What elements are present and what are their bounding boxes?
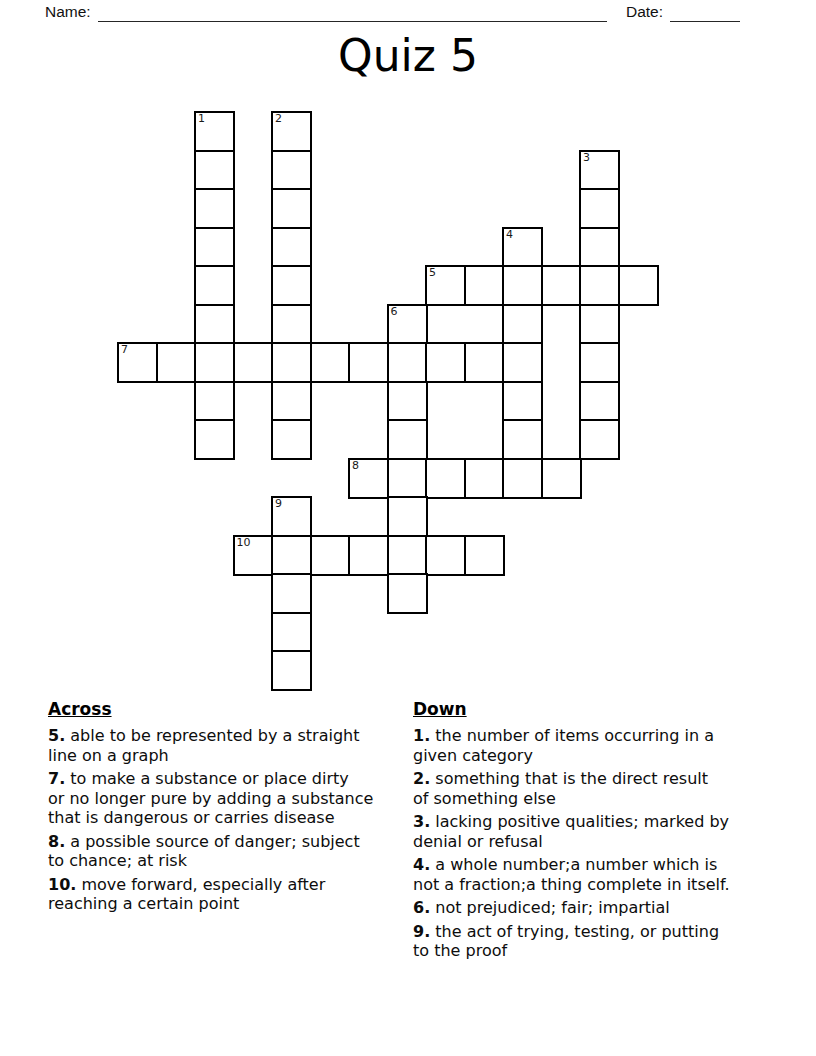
down-clue: 3. lacking positive qualities; marked by… <box>413 812 788 851</box>
crossword-cell[interactable] <box>194 342 235 383</box>
crossword-cell[interactable] <box>387 381 428 422</box>
crossword-cell[interactable] <box>271 419 312 460</box>
crossword-cell[interactable] <box>387 458 428 499</box>
crossword-cell[interactable] <box>310 342 351 383</box>
crossword-cell[interactable] <box>618 265 659 306</box>
clue-number: 7 <box>121 343 128 356</box>
clue-number: 9 <box>275 497 282 510</box>
clue-number: 5 <box>429 266 436 279</box>
down-clues-section: Down 1. the number of items occurring in… <box>413 699 788 965</box>
crossword-cell[interactable] <box>502 419 543 460</box>
crossword-cell[interactable]: 10 <box>233 535 274 576</box>
worksheet-page: Name: Date: Quiz 5 12345678910 Across 5.… <box>0 0 816 1056</box>
crossword-cell[interactable] <box>579 227 620 268</box>
across-clue: 7. to make a substance or place dirty or… <box>48 769 413 828</box>
crossword-cell[interactable] <box>348 535 389 576</box>
across-clue: 8. a possible source of danger; subject … <box>48 832 413 871</box>
page-title: Quiz 5 <box>0 30 816 81</box>
crossword-cell[interactable] <box>464 458 505 499</box>
crossword-cell[interactable] <box>464 535 505 576</box>
crossword-cell[interactable] <box>387 419 428 460</box>
crossword-cell[interactable] <box>271 535 312 576</box>
down-clue: 2. something that is the direct result o… <box>413 769 788 808</box>
clue-number: 4 <box>506 228 513 241</box>
clue-number: 6 <box>391 305 398 318</box>
down-clue: 6. not prejudiced; fair; impartial <box>413 898 788 918</box>
crossword-cell[interactable]: 3 <box>579 150 620 191</box>
crossword-cell[interactable] <box>387 496 428 537</box>
crossword-cell[interactable] <box>579 265 620 306</box>
crossword-cell[interactable] <box>502 265 543 306</box>
crossword-cell[interactable] <box>271 342 312 383</box>
down-clue: 4. a whole number;a number which is not … <box>413 855 788 894</box>
crossword-cell[interactable]: 7 <box>117 342 158 383</box>
crossword-cell[interactable] <box>579 188 620 229</box>
crossword-cell[interactable] <box>271 573 312 614</box>
crossword-cell[interactable] <box>502 458 543 499</box>
crossword-cell[interactable] <box>194 150 235 191</box>
name-label: Name: <box>45 3 91 22</box>
clue-number: 3 <box>583 151 590 164</box>
crossword-cell[interactable] <box>194 188 235 229</box>
clue-number: 1 <box>198 112 205 125</box>
clue-number: 2 <box>275 112 282 125</box>
down-clue: 1. the number of items occurring in a gi… <box>413 726 788 765</box>
crossword-cell[interactable] <box>271 227 312 268</box>
crossword-cell[interactable] <box>579 342 620 383</box>
crossword-cell[interactable] <box>387 342 428 383</box>
crossword-cell[interactable] <box>541 265 582 306</box>
crossword-cell[interactable] <box>464 265 505 306</box>
crossword-cell[interactable]: 6 <box>387 304 428 345</box>
across-clue-list: 5. able to be represented by a straight … <box>48 726 413 914</box>
crossword-cell[interactable]: 1 <box>194 111 235 152</box>
crossword-cell[interactable] <box>156 342 197 383</box>
clue-number: 8 <box>352 459 359 472</box>
crossword-cell[interactable] <box>271 612 312 653</box>
crossword-cell[interactable] <box>271 304 312 345</box>
crossword-cell[interactable] <box>579 419 620 460</box>
crossword-cell[interactable] <box>387 573 428 614</box>
crossword-cell[interactable] <box>579 381 620 422</box>
down-header: Down <box>413 699 788 719</box>
crossword-cell[interactable] <box>194 304 235 345</box>
crossword-cell[interactable] <box>310 535 351 576</box>
crossword-cell[interactable] <box>271 381 312 422</box>
down-clue: 9. the act of trying, testing, or puttin… <box>413 922 788 961</box>
crossword-cell[interactable]: 9 <box>271 496 312 537</box>
name-blank-line[interactable] <box>98 4 607 22</box>
crossword-cell[interactable] <box>502 304 543 345</box>
across-clue: 10. move forward, especially after reach… <box>48 875 413 914</box>
crossword-cell[interactable] <box>271 150 312 191</box>
date-label: Date: <box>626 3 663 22</box>
crossword-cell[interactable]: 2 <box>271 111 312 152</box>
crossword-cell[interactable] <box>271 265 312 306</box>
crossword-cell[interactable] <box>194 265 235 306</box>
crossword-cell[interactable] <box>271 188 312 229</box>
crossword-cell[interactable]: 4 <box>502 227 543 268</box>
crossword-cell[interactable] <box>425 535 466 576</box>
across-clues-section: Across 5. able to be represented by a st… <box>48 699 413 918</box>
crossword-cell[interactable] <box>194 227 235 268</box>
down-clue-list: 1. the number of items occurring in a gi… <box>413 726 788 961</box>
crossword-cell[interactable] <box>425 342 466 383</box>
crossword-cell[interactable] <box>502 342 543 383</box>
crossword-cell[interactable] <box>425 458 466 499</box>
crossword-cell[interactable]: 5 <box>425 265 466 306</box>
crossword-cell[interactable] <box>348 342 389 383</box>
crossword-cell[interactable] <box>541 458 582 499</box>
crossword-cell[interactable] <box>194 419 235 460</box>
date-blank-line[interactable] <box>670 4 740 22</box>
crossword-cell[interactable] <box>387 535 428 576</box>
across-clue: 5. able to be represented by a straight … <box>48 726 413 765</box>
across-header: Across <box>48 699 413 719</box>
crossword-cell[interactable] <box>579 304 620 345</box>
crossword-cell[interactable] <box>271 650 312 691</box>
clue-number: 10 <box>237 536 251 549</box>
worksheet-header: Name: Date: <box>45 3 740 22</box>
crossword-cell[interactable] <box>233 342 274 383</box>
crossword-grid: 12345678910 <box>117 111 659 692</box>
crossword-cell[interactable]: 8 <box>348 458 389 499</box>
crossword-cell[interactable] <box>464 342 505 383</box>
crossword-cell[interactable] <box>502 381 543 422</box>
crossword-cell[interactable] <box>194 381 235 422</box>
